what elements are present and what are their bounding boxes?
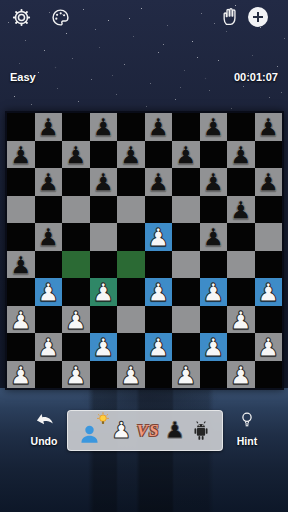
- board-cell[interactable]: [117, 306, 145, 334]
- black-pawn: ♟: [90, 168, 118, 196]
- white-pawn: ♟: [35, 278, 63, 306]
- human-person-icon: [78, 423, 101, 446]
- game-timer: 00:01:07: [234, 71, 278, 83]
- board-cell[interactable]: ♟: [62, 361, 90, 389]
- hint-label: Hint: [229, 435, 265, 447]
- board-cell[interactable]: ♟: [35, 333, 63, 361]
- board-cell[interactable]: ♟: [35, 278, 63, 306]
- board-cell[interactable]: ♟: [227, 141, 255, 169]
- board-cell[interactable]: [7, 113, 35, 141]
- board-cell[interactable]: ♟: [200, 113, 228, 141]
- white-pawn: ♟: [200, 333, 228, 361]
- board-cell[interactable]: ♟: [227, 196, 255, 224]
- board-cell[interactable]: [7, 168, 35, 196]
- board-cell[interactable]: [62, 113, 90, 141]
- black-pawn: ♟: [35, 223, 63, 251]
- board-cell[interactable]: [145, 141, 173, 169]
- board-cell[interactable]: ♟: [200, 333, 228, 361]
- theme-palette-icon[interactable]: [51, 8, 70, 27]
- board-cell[interactable]: ♟: [35, 223, 63, 251]
- board-cell[interactable]: [35, 196, 63, 224]
- board-cell[interactable]: [200, 306, 228, 334]
- difficulty-label: Easy: [10, 71, 36, 83]
- board-cell[interactable]: ♟: [35, 113, 63, 141]
- black-pawn: ♟: [90, 113, 118, 141]
- black-pawn: ♟: [145, 113, 173, 141]
- board-cell[interactable]: [35, 141, 63, 169]
- board-cell[interactable]: [117, 223, 145, 251]
- board-cell[interactable]: [35, 361, 63, 389]
- white-pawn: ♟: [117, 361, 145, 389]
- board-cell[interactable]: [90, 251, 118, 279]
- board-cell[interactable]: [227, 278, 255, 306]
- white-pawn: ♟: [255, 333, 283, 361]
- board-cell[interactable]: [117, 196, 145, 224]
- board-cell[interactable]: ♟: [7, 306, 35, 334]
- board-cell[interactable]: [90, 306, 118, 334]
- board-cell[interactable]: [255, 306, 283, 334]
- black-pawn: ♟: [227, 196, 255, 224]
- board-cell[interactable]: [200, 196, 228, 224]
- white-pawn: ♟: [227, 361, 255, 389]
- board-cell[interactable]: [255, 223, 283, 251]
- board-cell[interactable]: [200, 251, 228, 279]
- board-cell[interactable]: ♟: [35, 168, 63, 196]
- board-cell[interactable]: [90, 196, 118, 224]
- board-cell[interactable]: [172, 168, 200, 196]
- board-cell[interactable]: [62, 196, 90, 224]
- board: ♟♟♟♟♟♟♟♟♟♟♟♟♟♟♟♟♟♟♟♟♟♟♟♟♟♟♟♟♟♟♟♟♟♟♟♟♟♟: [5, 111, 284, 390]
- black-pawn: ♟: [227, 141, 255, 169]
- board-cell[interactable]: ♟: [90, 333, 118, 361]
- board-cell[interactable]: ♟: [117, 361, 145, 389]
- board-cell[interactable]: [172, 251, 200, 279]
- board-cell[interactable]: ♟: [90, 278, 118, 306]
- board-cell[interactable]: ♟: [200, 278, 228, 306]
- board-cell[interactable]: [172, 113, 200, 141]
- white-pawn: ♟: [62, 306, 90, 334]
- white-pawn: ♟: [227, 306, 255, 334]
- undo-button[interactable]: Undo: [24, 411, 64, 447]
- board-cell[interactable]: [117, 251, 145, 279]
- board-cell[interactable]: [7, 223, 35, 251]
- board-cell[interactable]: ♟: [255, 333, 283, 361]
- pause-hand-icon[interactable]: [221, 7, 240, 26]
- board-cell[interactable]: [90, 141, 118, 169]
- white-pawn: ♟: [90, 278, 118, 306]
- board-cell[interactable]: [7, 278, 35, 306]
- board-cell[interactable]: [255, 196, 283, 224]
- board-cell[interactable]: [172, 223, 200, 251]
- board-cell[interactable]: [172, 333, 200, 361]
- white-pawn: ♟: [145, 223, 173, 251]
- white-pawn: ♟: [7, 361, 35, 389]
- board-cell[interactable]: ♟: [200, 223, 228, 251]
- board-cell[interactable]: ♟: [62, 306, 90, 334]
- white-pawn: ♟: [145, 333, 173, 361]
- white-pawn: ♟: [255, 278, 283, 306]
- board-cell[interactable]: [200, 361, 228, 389]
- board-cell[interactable]: [145, 196, 173, 224]
- white-pawn: ♟: [145, 278, 173, 306]
- board-cell[interactable]: [62, 168, 90, 196]
- undo-label: Undo: [24, 435, 64, 447]
- board-cell[interactable]: ♟: [227, 361, 255, 389]
- players-vs-panel[interactable]: ♟ VS ♟: [67, 410, 223, 451]
- white-pawn: ♟: [90, 333, 118, 361]
- board-cell[interactable]: ♟: [90, 168, 118, 196]
- board-cell[interactable]: [145, 361, 173, 389]
- settings-gear-icon[interactable]: [12, 8, 31, 27]
- board-cell[interactable]: [227, 113, 255, 141]
- black-pawn: ♟: [7, 141, 35, 169]
- board-cell[interactable]: [227, 251, 255, 279]
- board-cell[interactable]: [62, 333, 90, 361]
- human-player-indicator: [78, 416, 106, 446]
- black-pawn: ♟: [117, 141, 145, 169]
- new-game-plus-button[interactable]: [248, 7, 268, 27]
- board-cell[interactable]: [145, 306, 173, 334]
- board-cell[interactable]: [35, 306, 63, 334]
- black-pawn: ♟: [35, 113, 63, 141]
- black-pawn: ♟: [7, 251, 35, 279]
- board-cell[interactable]: [117, 333, 145, 361]
- board-cell[interactable]: [255, 361, 283, 389]
- board-cell[interactable]: ♟: [145, 113, 173, 141]
- board-cell[interactable]: [90, 361, 118, 389]
- board-cell[interactable]: [35, 251, 63, 279]
- board-cell[interactable]: [7, 333, 35, 361]
- white-pawn-icon: ♟: [111, 419, 132, 442]
- board-cell[interactable]: [255, 251, 283, 279]
- black-pawn: ♟: [255, 113, 283, 141]
- white-pawn: ♟: [200, 278, 228, 306]
- board-cell[interactable]: [117, 113, 145, 141]
- game-screen: Easy 00:01:07 ♟♟♟♟♟♟♟♟♟♟♟♟♟♟♟♟♟♟♟♟♟♟♟♟♟♟…: [0, 0, 288, 512]
- black-pawn: ♟: [200, 113, 228, 141]
- board-cell[interactable]: ♟: [90, 113, 118, 141]
- board-cell[interactable]: [117, 278, 145, 306]
- board-cell[interactable]: [90, 223, 118, 251]
- board-cell[interactable]: ♟: [255, 168, 283, 196]
- board-cell[interactable]: ♟: [7, 361, 35, 389]
- board-cell[interactable]: ♟: [227, 306, 255, 334]
- white-pawn: ♟: [35, 333, 63, 361]
- undo-arrow-icon: [32, 409, 57, 433]
- board-cell[interactable]: ♟: [62, 141, 90, 169]
- board-cell[interactable]: ♟: [117, 141, 145, 169]
- black-pawn: ♟: [200, 168, 228, 196]
- black-pawn: ♟: [145, 168, 173, 196]
- board-cell[interactable]: [172, 278, 200, 306]
- board-cell[interactable]: [227, 333, 255, 361]
- board-cell[interactable]: [62, 223, 90, 251]
- board-cell[interactable]: [7, 196, 35, 224]
- black-pawn: ♟: [35, 168, 63, 196]
- board-cell[interactable]: [255, 141, 283, 169]
- board-cell[interactable]: [227, 223, 255, 251]
- white-pawn: ♟: [62, 361, 90, 389]
- board-cell[interactable]: ♟: [145, 333, 173, 361]
- white-pawn: ♟: [172, 361, 200, 389]
- board-cell[interactable]: [172, 306, 200, 334]
- black-pawn: ♟: [62, 141, 90, 169]
- board-cell[interactable]: ♟: [145, 168, 173, 196]
- black-pawn: ♟: [172, 141, 200, 169]
- black-pawn: ♟: [255, 168, 283, 196]
- board-cell[interactable]: ♟: [7, 141, 35, 169]
- board-cell[interactable]: ♟: [172, 141, 200, 169]
- board-cell[interactable]: ♟: [255, 113, 283, 141]
- board-cell[interactable]: [200, 141, 228, 169]
- board-cell[interactable]: ♟: [145, 223, 173, 251]
- board-cell[interactable]: [62, 251, 90, 279]
- hint-button[interactable]: Hint: [229, 411, 265, 447]
- android-robot-icon: [190, 419, 212, 443]
- board-cell[interactable]: [145, 251, 173, 279]
- board-cell[interactable]: [227, 168, 255, 196]
- board-cell[interactable]: ♟: [7, 251, 35, 279]
- board-cell[interactable]: [62, 278, 90, 306]
- board-cell[interactable]: [172, 196, 200, 224]
- starfield: [0, 0, 1, 1]
- black-pawn-icon: ♟: [164, 419, 185, 442]
- board-cell[interactable]: ♟: [200, 168, 228, 196]
- hint-lightbulb-icon: [237, 411, 257, 430]
- vs-label: VS: [137, 421, 160, 441]
- board-cell[interactable]: ♟: [255, 278, 283, 306]
- black-pawn: ♟: [200, 223, 228, 251]
- board-cell[interactable]: ♟: [145, 278, 173, 306]
- board-cell[interactable]: [117, 168, 145, 196]
- white-pawn: ♟: [7, 306, 35, 334]
- board-cell[interactable]: ♟: [172, 361, 200, 389]
- turn-lightbulb-icon: [96, 412, 110, 426]
